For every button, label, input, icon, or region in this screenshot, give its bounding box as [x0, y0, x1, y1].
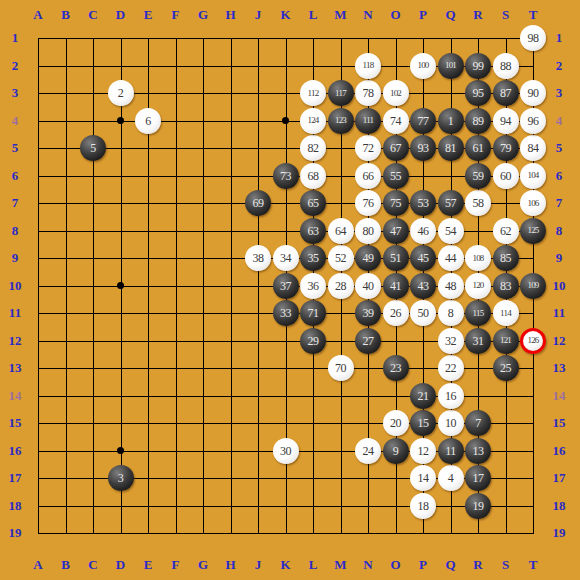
- stone-L5[interactable]: 82: [300, 135, 326, 161]
- move-number: 18: [418, 500, 429, 512]
- col-label-bottom-J: J: [255, 557, 262, 573]
- row-label-left-3: 3: [12, 85, 19, 101]
- stone-N5[interactable]: 72: [355, 135, 381, 161]
- stone-Q9[interactable]: 44: [438, 245, 464, 271]
- col-label-bottom-G: G: [198, 557, 208, 573]
- row-label-right-14: 14: [553, 388, 566, 404]
- row-label-right-1: 1: [556, 30, 563, 46]
- stone-O5[interactable]: 67: [383, 135, 409, 161]
- move-number: 41: [390, 280, 401, 292]
- move-number: 121: [500, 336, 511, 345]
- stone-K6[interactable]: 73: [273, 163, 299, 189]
- stone-S6[interactable]: 60: [493, 163, 519, 189]
- stone-T12[interactable]: 126: [520, 328, 546, 354]
- stone-O9[interactable]: 51: [383, 245, 409, 271]
- stone-O8[interactable]: 47: [383, 218, 409, 244]
- move-number: 78: [363, 87, 374, 99]
- row-label-right-8: 8: [556, 223, 563, 239]
- stone-R2[interactable]: 99: [465, 53, 491, 79]
- col-label-bottom-T: T: [529, 557, 538, 573]
- move-number: 2: [118, 87, 124, 99]
- stone-N6[interactable]: 66: [355, 163, 381, 189]
- move-number: 39: [363, 307, 374, 319]
- stone-O6[interactable]: 55: [383, 163, 409, 189]
- col-label-top-G: G: [198, 7, 208, 23]
- stone-L3[interactable]: 112: [300, 80, 326, 106]
- stone-Q5[interactable]: 81: [438, 135, 464, 161]
- stone-R15[interactable]: 7: [465, 410, 491, 436]
- move-number: 77: [418, 115, 429, 127]
- stone-Q7[interactable]: 57: [438, 190, 464, 216]
- stone-P16[interactable]: 12: [410, 438, 436, 464]
- stone-R9[interactable]: 108: [465, 245, 491, 271]
- stone-L12[interactable]: 29: [300, 328, 326, 354]
- stone-L4[interactable]: 124: [300, 108, 326, 134]
- row-label-right-15: 15: [553, 415, 566, 431]
- move-number: 82: [308, 142, 319, 154]
- row-label-right-19: 19: [553, 525, 566, 541]
- stone-S9[interactable]: 85: [493, 245, 519, 271]
- stone-C5[interactable]: 5: [80, 135, 106, 161]
- move-number: 123: [335, 116, 346, 125]
- col-label-bottom-E: E: [144, 557, 153, 573]
- move-number: 80: [363, 225, 374, 237]
- move-number: 88: [500, 60, 511, 72]
- row-label-right-12: 12: [553, 333, 566, 349]
- move-number: 83: [500, 280, 511, 292]
- stone-Q4[interactable]: 1: [438, 108, 464, 134]
- stone-M4[interactable]: 123: [328, 108, 354, 134]
- move-number: 6: [145, 115, 151, 127]
- move-number: 76: [363, 197, 374, 209]
- col-label-top-S: S: [502, 7, 509, 23]
- move-number: 63: [308, 225, 319, 237]
- row-label-right-3: 3: [556, 85, 563, 101]
- star-point-K4: [282, 117, 289, 124]
- stone-L11[interactable]: 71: [300, 300, 326, 326]
- move-number: 102: [390, 89, 401, 98]
- stone-S4[interactable]: 94: [493, 108, 519, 134]
- stone-N2[interactable]: 118: [355, 53, 381, 79]
- stone-P18[interactable]: 18: [410, 493, 436, 519]
- stone-T10[interactable]: 109: [520, 273, 546, 299]
- col-label-top-Q: Q: [445, 7, 455, 23]
- move-number: 54: [445, 225, 456, 237]
- stone-T8[interactable]: 125: [520, 218, 546, 244]
- move-number: 66: [363, 170, 374, 182]
- stone-R3[interactable]: 95: [465, 80, 491, 106]
- stone-O3[interactable]: 102: [383, 80, 409, 106]
- col-label-bottom-H: H: [225, 557, 235, 573]
- stone-P8[interactable]: 46: [410, 218, 436, 244]
- move-number: 115: [473, 309, 484, 318]
- move-number: 96: [528, 115, 539, 127]
- row-label-right-13: 13: [553, 360, 566, 376]
- stone-P5[interactable]: 93: [410, 135, 436, 161]
- move-number: 23: [390, 362, 401, 374]
- row-label-left-9: 9: [12, 250, 19, 266]
- move-number: 120: [472, 281, 483, 290]
- move-number: 49: [363, 252, 374, 264]
- go-board-screen: 1234567891011121314151617181920212223242…: [0, 0, 580, 580]
- stone-N9[interactable]: 49: [355, 245, 381, 271]
- move-number: 87: [500, 87, 511, 99]
- move-number: 59: [473, 170, 484, 182]
- stone-K16[interactable]: 30: [273, 438, 299, 464]
- move-number: 109: [527, 281, 538, 290]
- row-label-left-8: 8: [12, 223, 19, 239]
- stone-S13[interactable]: 25: [493, 355, 519, 381]
- move-number: 90: [528, 87, 539, 99]
- stone-T3[interactable]: 90: [520, 80, 546, 106]
- move-number: 89: [473, 115, 484, 127]
- stone-Q15[interactable]: 10: [438, 410, 464, 436]
- row-label-right-6: 6: [556, 168, 563, 184]
- stone-P9[interactable]: 45: [410, 245, 436, 271]
- col-label-top-A: A: [33, 7, 42, 23]
- move-number: 71: [308, 307, 319, 319]
- row-label-left-17: 17: [9, 470, 22, 486]
- col-label-bottom-B: B: [61, 557, 70, 573]
- move-number: 75: [390, 197, 401, 209]
- row-label-left-19: 19: [9, 525, 22, 541]
- stone-M8[interactable]: 64: [328, 218, 354, 244]
- move-number: 99: [473, 60, 484, 72]
- move-number: 28: [335, 280, 346, 292]
- move-number: 47: [390, 225, 401, 237]
- col-label-top-L: L: [309, 7, 318, 23]
- move-number: 14: [418, 472, 429, 484]
- row-label-left-10: 10: [9, 278, 22, 294]
- col-label-top-T: T: [529, 7, 538, 23]
- col-label-bottom-R: R: [473, 557, 482, 573]
- move-number: 30: [280, 445, 291, 457]
- move-number: 62: [500, 225, 511, 237]
- move-number: 34: [280, 252, 291, 264]
- stone-T5[interactable]: 84: [520, 135, 546, 161]
- move-number: 67: [390, 142, 401, 154]
- move-number: 1: [448, 115, 454, 127]
- col-label-bottom-P: P: [419, 557, 427, 573]
- row-label-right-10: 10: [553, 278, 566, 294]
- stone-O11[interactable]: 26: [383, 300, 409, 326]
- stone-O4[interactable]: 74: [383, 108, 409, 134]
- row-label-right-2: 2: [556, 58, 563, 74]
- row-label-right-9: 9: [556, 250, 563, 266]
- stone-M13[interactable]: 70: [328, 355, 354, 381]
- move-number: 84: [528, 142, 539, 154]
- move-number: 45: [418, 252, 429, 264]
- stone-N10[interactable]: 40: [355, 273, 381, 299]
- row-label-right-4: 4: [556, 113, 563, 129]
- move-number: 53: [418, 197, 429, 209]
- move-number: 20: [390, 417, 401, 429]
- stone-T7[interactable]: 106: [520, 190, 546, 216]
- move-number: 85: [500, 252, 511, 264]
- col-label-bottom-K: K: [280, 557, 290, 573]
- col-label-bottom-C: C: [88, 557, 97, 573]
- move-number: 51: [390, 252, 401, 264]
- stone-N11[interactable]: 39: [355, 300, 381, 326]
- move-number: 35: [308, 252, 319, 264]
- stone-P14[interactable]: 21: [410, 383, 436, 409]
- move-number: 74: [390, 115, 401, 127]
- stone-K9[interactable]: 34: [273, 245, 299, 271]
- stone-S8[interactable]: 62: [493, 218, 519, 244]
- move-number: 36: [308, 280, 319, 292]
- stone-L10[interactable]: 36: [300, 273, 326, 299]
- move-number: 106: [527, 199, 538, 208]
- move-number: 24: [363, 445, 374, 457]
- move-number: 57: [445, 197, 456, 209]
- col-label-bottom-O: O: [390, 557, 400, 573]
- row-label-left-5: 5: [12, 140, 19, 156]
- move-number: 25: [500, 362, 511, 374]
- stone-P10[interactable]: 43: [410, 273, 436, 299]
- move-number: 100: [417, 61, 428, 70]
- stone-O7[interactable]: 75: [383, 190, 409, 216]
- row-label-left-12: 12: [9, 333, 22, 349]
- move-number: 48: [445, 280, 456, 292]
- move-number: 55: [390, 170, 401, 182]
- stone-O16[interactable]: 9: [383, 438, 409, 464]
- move-number: 16: [445, 390, 456, 402]
- col-label-top-O: O: [390, 7, 400, 23]
- move-number: 93: [418, 142, 429, 154]
- move-number: 114: [500, 309, 511, 318]
- move-number: 58: [473, 197, 484, 209]
- move-number: 13: [473, 445, 484, 457]
- stone-Q14[interactable]: 16: [438, 383, 464, 409]
- stone-M10[interactable]: 28: [328, 273, 354, 299]
- stone-S2[interactable]: 88: [493, 53, 519, 79]
- row-label-right-17: 17: [553, 470, 566, 486]
- move-number: 31: [473, 335, 484, 347]
- move-number: 112: [308, 89, 319, 98]
- stone-L6[interactable]: 68: [300, 163, 326, 189]
- move-number: 79: [500, 142, 511, 154]
- stone-E4[interactable]: 6: [135, 108, 161, 134]
- stone-P2[interactable]: 100: [410, 53, 436, 79]
- stone-N12[interactable]: 27: [355, 328, 381, 354]
- move-number: 69: [253, 197, 264, 209]
- move-number: 70: [335, 362, 346, 374]
- move-number: 8: [448, 307, 454, 319]
- stone-L9[interactable]: 35: [300, 245, 326, 271]
- row-label-left-14: 14: [9, 388, 22, 404]
- col-label-bottom-D: D: [116, 557, 125, 573]
- row-label-left-2: 2: [12, 58, 19, 74]
- stone-T4[interactable]: 96: [520, 108, 546, 134]
- move-number: 61: [473, 142, 484, 154]
- col-label-top-D: D: [116, 7, 125, 23]
- row-label-left-11: 11: [9, 305, 21, 321]
- row-label-left-4: 4: [12, 113, 19, 129]
- move-number: 11: [445, 445, 456, 457]
- stone-Q12[interactable]: 32: [438, 328, 464, 354]
- move-number: 64: [335, 225, 346, 237]
- stone-S11[interactable]: 114: [493, 300, 519, 326]
- move-number: 46: [418, 225, 429, 237]
- move-number: 5: [90, 142, 96, 154]
- col-label-top-B: B: [61, 7, 70, 23]
- move-number: 60: [500, 170, 511, 182]
- row-label-left-16: 16: [9, 443, 22, 459]
- move-number: 33: [280, 307, 291, 319]
- col-label-bottom-N: N: [363, 557, 372, 573]
- stone-N7[interactable]: 76: [355, 190, 381, 216]
- move-number: 95: [473, 87, 484, 99]
- move-number: 101: [445, 61, 456, 70]
- col-label-top-M: M: [334, 7, 346, 23]
- move-number: 9: [393, 445, 399, 457]
- stone-S3[interactable]: 87: [493, 80, 519, 106]
- stone-R12[interactable]: 31: [465, 328, 491, 354]
- row-label-left-18: 18: [9, 498, 22, 514]
- stone-P7[interactable]: 53: [410, 190, 436, 216]
- col-label-top-H: H: [225, 7, 235, 23]
- move-number: 52: [335, 252, 346, 264]
- move-number: 38: [253, 252, 264, 264]
- move-number: 44: [445, 252, 456, 264]
- stone-P4[interactable]: 77: [410, 108, 436, 134]
- stone-O15[interactable]: 20: [383, 410, 409, 436]
- stone-J9[interactable]: 38: [245, 245, 271, 271]
- stone-N16[interactable]: 24: [355, 438, 381, 464]
- stone-Q16[interactable]: 11: [438, 438, 464, 464]
- move-number: 65: [308, 197, 319, 209]
- stone-D3[interactable]: 2: [108, 80, 134, 106]
- go-board[interactable]: 1234567891011121314151617181920212223242…: [24, 24, 547, 547]
- stone-Q11[interactable]: 8: [438, 300, 464, 326]
- move-number: 22: [445, 362, 456, 374]
- star-point-D10: [117, 282, 124, 289]
- col-label-top-N: N: [363, 7, 372, 23]
- stone-O13[interactable]: 23: [383, 355, 409, 381]
- stone-M3[interactable]: 117: [328, 80, 354, 106]
- stone-S10[interactable]: 83: [493, 273, 519, 299]
- col-label-bottom-F: F: [172, 557, 180, 573]
- move-number: 15: [418, 417, 429, 429]
- move-number: 98: [528, 32, 539, 44]
- move-number: 37: [280, 280, 291, 292]
- stone-Q10[interactable]: 48: [438, 273, 464, 299]
- stone-S5[interactable]: 79: [493, 135, 519, 161]
- move-number: 124: [307, 116, 318, 125]
- col-label-top-K: K: [280, 7, 290, 23]
- move-number: 43: [418, 280, 429, 292]
- row-label-left-1: 1: [12, 30, 19, 46]
- stone-R18[interactable]: 19: [465, 493, 491, 519]
- move-number: 10: [445, 417, 456, 429]
- stone-P11[interactable]: 50: [410, 300, 436, 326]
- stone-R7[interactable]: 58: [465, 190, 491, 216]
- stone-R4[interactable]: 89: [465, 108, 491, 134]
- stone-R17[interactable]: 17: [465, 465, 491, 491]
- col-label-bottom-L: L: [309, 557, 318, 573]
- stone-R5[interactable]: 61: [465, 135, 491, 161]
- stone-Q2[interactable]: 101: [438, 53, 464, 79]
- move-number: 81: [445, 142, 456, 154]
- move-number: 68: [308, 170, 319, 182]
- stone-M9[interactable]: 52: [328, 245, 354, 271]
- move-number: 26: [390, 307, 401, 319]
- move-number: 94: [500, 115, 511, 127]
- stone-R10[interactable]: 120: [465, 273, 491, 299]
- col-label-top-R: R: [473, 7, 482, 23]
- row-label-right-7: 7: [556, 195, 563, 211]
- stone-P17[interactable]: 14: [410, 465, 436, 491]
- col-label-top-E: E: [144, 7, 153, 23]
- move-number: 117: [335, 89, 346, 98]
- move-number: 104: [527, 171, 538, 180]
- move-number: 27: [363, 335, 374, 347]
- stone-T1[interactable]: 98: [520, 25, 546, 51]
- row-label-right-16: 16: [553, 443, 566, 459]
- move-number: 29: [308, 335, 319, 347]
- move-number: 3: [118, 472, 124, 484]
- row-label-left-13: 13: [9, 360, 22, 376]
- col-label-bottom-A: A: [33, 557, 42, 573]
- move-number: 125: [527, 226, 538, 235]
- move-number: 118: [363, 61, 374, 70]
- row-label-left-7: 7: [12, 195, 19, 211]
- stone-L7[interactable]: 65: [300, 190, 326, 216]
- move-number: 17: [473, 472, 484, 484]
- star-point-D16: [117, 447, 124, 454]
- move-number: 72: [363, 142, 374, 154]
- stone-P15[interactable]: 15: [410, 410, 436, 436]
- stone-T6[interactable]: 104: [520, 163, 546, 189]
- stone-Q13[interactable]: 22: [438, 355, 464, 381]
- stone-K10[interactable]: 37: [273, 273, 299, 299]
- move-number: 12: [418, 445, 429, 457]
- stone-L8[interactable]: 63: [300, 218, 326, 244]
- stone-K11[interactable]: 33: [273, 300, 299, 326]
- stone-Q17[interactable]: 4: [438, 465, 464, 491]
- star-point-D4: [117, 117, 124, 124]
- stone-R16[interactable]: 13: [465, 438, 491, 464]
- col-label-top-J: J: [255, 7, 262, 23]
- move-number: 19: [473, 500, 484, 512]
- col-label-bottom-S: S: [502, 557, 509, 573]
- row-label-right-5: 5: [556, 140, 563, 156]
- row-label-left-6: 6: [12, 168, 19, 184]
- move-number: 7: [475, 417, 481, 429]
- row-label-right-11: 11: [553, 305, 565, 321]
- stone-N3[interactable]: 78: [355, 80, 381, 106]
- stone-J7[interactable]: 69: [245, 190, 271, 216]
- move-number: 73: [280, 170, 291, 182]
- move-number: 4: [448, 472, 454, 484]
- stone-O10[interactable]: 41: [383, 273, 409, 299]
- stone-Q8[interactable]: 54: [438, 218, 464, 244]
- move-number: 32: [445, 335, 456, 347]
- move-number: 50: [418, 307, 429, 319]
- row-label-left-15: 15: [9, 415, 22, 431]
- move-number: 40: [363, 280, 374, 292]
- move-number: 126: [527, 336, 538, 345]
- move-number: 21: [418, 390, 429, 402]
- stone-D17[interactable]: 3: [108, 465, 134, 491]
- col-label-bottom-Q: Q: [445, 557, 455, 573]
- stone-N4[interactable]: 111: [355, 108, 381, 134]
- stone-R11[interactable]: 115: [465, 300, 491, 326]
- stone-R6[interactable]: 59: [465, 163, 491, 189]
- col-label-top-C: C: [88, 7, 97, 23]
- stone-S12[interactable]: 121: [493, 328, 519, 354]
- stone-N8[interactable]: 80: [355, 218, 381, 244]
